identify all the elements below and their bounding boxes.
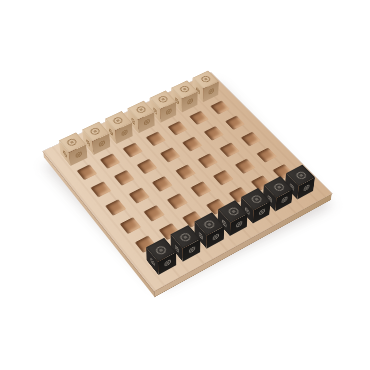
engraved-emblem-icon — [164, 260, 170, 268]
engraved-emblem-icon — [236, 221, 242, 229]
engraved-emblem-icon — [295, 171, 308, 181]
board-hole[interactable] — [240, 131, 260, 146]
engraved-emblem-icon — [179, 232, 192, 243]
board-hole[interactable] — [167, 121, 187, 136]
board-hole[interactable] — [190, 181, 211, 197]
engraved-emblem-icon — [212, 234, 218, 242]
engraved-emblem-icon — [121, 129, 127, 136]
engraved-emblem-icon — [281, 197, 287, 205]
engraved-emblem-icon — [165, 108, 171, 115]
board-hole[interactable] — [167, 193, 188, 209]
engraved-emblem-icon — [74, 151, 81, 159]
engraved-emblem-icon — [188, 247, 194, 255]
board-hole[interactable] — [160, 148, 180, 163]
engraved-emblem-icon — [227, 207, 240, 217]
engraved-emblem-icon — [208, 88, 214, 95]
board-scene — [0, 0, 370, 370]
engraved-emblem-icon — [66, 138, 78, 147]
board-hole[interactable] — [129, 187, 150, 203]
board-hole[interactable] — [120, 217, 142, 234]
light-cube-piece[interactable] — [60, 146, 87, 166]
board-hole[interactable] — [189, 111, 209, 125]
engraved-emblem-icon — [272, 182, 285, 192]
board-hole[interactable] — [105, 199, 126, 216]
engraved-emblem-icon — [179, 85, 191, 93]
board-hole[interactable] — [219, 142, 240, 157]
engraved-emblem-icon — [259, 209, 265, 217]
board-hole[interactable] — [91, 182, 112, 198]
engraved-emblem-icon — [157, 95, 169, 103]
board-hole[interactable] — [197, 153, 218, 168]
board-hole[interactable] — [212, 170, 233, 186]
board-hole[interactable] — [143, 205, 164, 222]
game-board[interactable] — [43, 73, 332, 292]
board-hole[interactable] — [145, 132, 165, 147]
engraved-emblem-icon — [200, 75, 212, 83]
board-hole[interactable] — [210, 101, 230, 115]
board-hole[interactable] — [234, 158, 255, 173]
engraved-emblem-icon — [89, 127, 101, 136]
board-hole[interactable] — [225, 116, 245, 130]
board-hole[interactable] — [123, 143, 143, 158]
board-top-surface — [43, 73, 332, 292]
board-hole[interactable] — [114, 170, 135, 186]
board-hole[interactable] — [182, 137, 202, 152]
product-photo — [0, 0, 370, 370]
board-hole[interactable] — [152, 176, 173, 192]
engraved-emblem-icon — [250, 194, 263, 204]
engraved-emblem-icon — [112, 116, 124, 125]
engraved-emblem-icon — [143, 119, 149, 126]
engraved-emblem-icon — [135, 106, 147, 115]
board-hole[interactable] — [256, 147, 277, 162]
engraved-emblem-icon — [98, 140, 104, 148]
board-hole[interactable] — [175, 164, 196, 180]
dark-cube-piece[interactable] — [146, 251, 176, 275]
board-hole[interactable] — [204, 126, 224, 141]
board-hole[interactable] — [137, 159, 158, 174]
board-hole[interactable] — [100, 153, 120, 168]
board-hole[interactable] — [77, 165, 98, 181]
engraved-emblem-icon — [187, 98, 193, 105]
engraved-emblem-icon — [304, 185, 310, 193]
engraved-emblem-icon — [154, 245, 168, 256]
engraved-emblem-icon — [203, 219, 216, 229]
